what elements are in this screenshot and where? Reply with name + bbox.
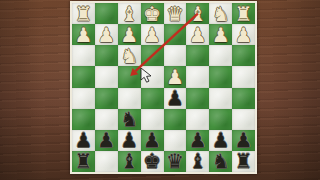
square-e7[interactable] [141, 130, 164, 151]
square-e4[interactable] [141, 66, 164, 87]
square-h5[interactable] [72, 88, 95, 109]
square-d3[interactable] [164, 45, 187, 66]
square-c1[interactable] [186, 3, 209, 24]
square-a4[interactable] [232, 66, 255, 87]
square-a5[interactable] [232, 88, 255, 109]
chess-board[interactable]: ♜♝♚♛♝♞♜♟♟♟♟♟♟♟♞♟♟♞♟♟♟♟♟♟♟♜♝♚♛♝♞♜ [70, 1, 257, 174]
square-h7[interactable] [72, 130, 95, 151]
square-h4[interactable] [72, 66, 95, 87]
square-f6[interactable] [118, 109, 141, 130]
square-f8[interactable] [118, 151, 141, 172]
square-a2[interactable] [232, 24, 255, 45]
square-b3[interactable] [209, 45, 232, 66]
square-c7[interactable] [186, 130, 209, 151]
square-f5[interactable] [118, 88, 141, 109]
square-h3[interactable] [72, 45, 95, 66]
square-d2[interactable] [164, 24, 187, 45]
square-c2[interactable] [186, 24, 209, 45]
square-g3[interactable] [95, 45, 118, 66]
square-g4[interactable] [95, 66, 118, 87]
video-frame: ♜♝♚♛♝♞♜♟♟♟♟♟♟♟♞♟♟♞♟♟♟♟♟♟♟♜♝♚♛♝♞♜ [0, 0, 320, 180]
square-b7[interactable] [209, 130, 232, 151]
square-c4[interactable] [186, 66, 209, 87]
square-a6[interactable] [232, 109, 255, 130]
square-b4[interactable] [209, 66, 232, 87]
square-b8[interactable] [209, 151, 232, 172]
square-d4[interactable] [164, 66, 187, 87]
square-e6[interactable] [141, 109, 164, 130]
square-b6[interactable] [209, 109, 232, 130]
square-a8[interactable] [232, 151, 255, 172]
square-h8[interactable] [72, 151, 95, 172]
square-g2[interactable] [95, 24, 118, 45]
square-b5[interactable] [209, 88, 232, 109]
square-h1[interactable] [72, 3, 95, 24]
square-c8[interactable] [186, 151, 209, 172]
square-a7[interactable] [232, 130, 255, 151]
square-d1[interactable] [164, 3, 187, 24]
square-b1[interactable] [209, 3, 232, 24]
square-e8[interactable] [141, 151, 164, 172]
square-f3[interactable] [118, 45, 141, 66]
square-b2[interactable] [209, 24, 232, 45]
square-f7[interactable] [118, 130, 141, 151]
square-f2[interactable] [118, 24, 141, 45]
square-e3[interactable] [141, 45, 164, 66]
square-h6[interactable] [72, 109, 95, 130]
board-grid[interactable] [72, 3, 255, 172]
square-g7[interactable] [95, 130, 118, 151]
square-f4[interactable] [118, 66, 141, 87]
square-e1[interactable] [141, 3, 164, 24]
square-d8[interactable] [164, 151, 187, 172]
square-c5[interactable] [186, 88, 209, 109]
square-d7[interactable] [164, 130, 187, 151]
square-f1[interactable] [118, 3, 141, 24]
square-e5[interactable] [141, 88, 164, 109]
square-a1[interactable] [232, 3, 255, 24]
square-g6[interactable] [95, 109, 118, 130]
square-a3[interactable] [232, 45, 255, 66]
square-d5[interactable] [164, 88, 187, 109]
square-d6[interactable] [164, 109, 187, 130]
square-c6[interactable] [186, 109, 209, 130]
square-h2[interactable] [72, 24, 95, 45]
square-e2[interactable] [141, 24, 164, 45]
square-g1[interactable] [95, 3, 118, 24]
square-g5[interactable] [95, 88, 118, 109]
square-c3[interactable] [186, 45, 209, 66]
square-g8[interactable] [95, 151, 118, 172]
